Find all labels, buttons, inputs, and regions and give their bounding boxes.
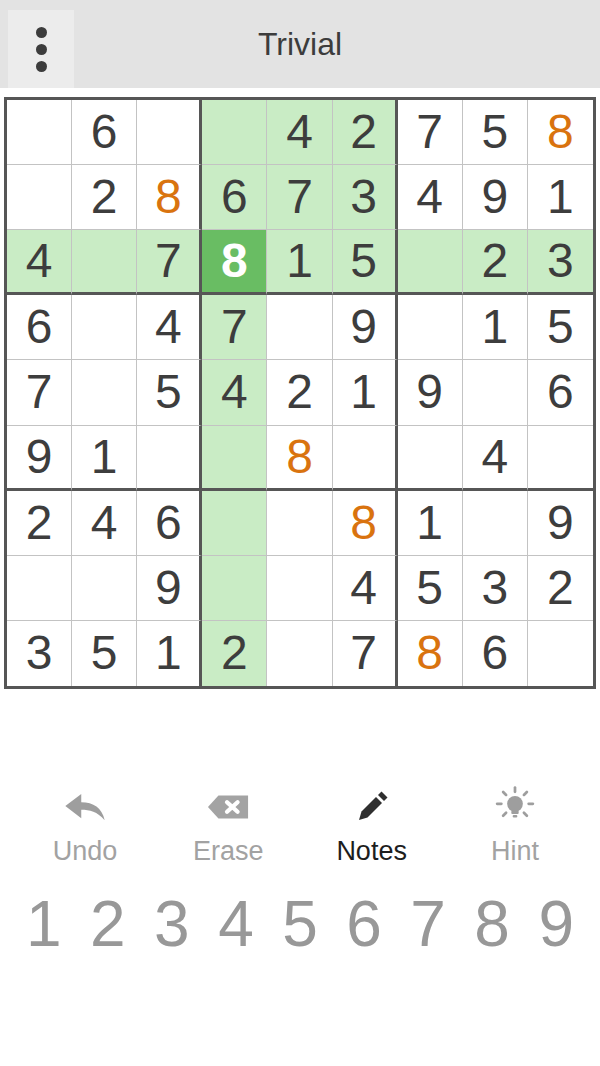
- cell-r4c4[interactable]: 7: [202, 295, 267, 360]
- lightbulb-icon: [455, 781, 575, 833]
- cell-r4c6[interactable]: 9: [333, 295, 398, 360]
- cell-r9c4[interactable]: 2: [202, 621, 267, 686]
- cell-r3c5[interactable]: 1: [267, 230, 332, 295]
- cell-r4c5[interactable]: [267, 295, 332, 360]
- cell-r4c8[interactable]: 1: [463, 295, 528, 360]
- cell-r2c3[interactable]: 8: [137, 165, 202, 230]
- cell-r9c3[interactable]: 1: [137, 621, 202, 686]
- cell-r1c9[interactable]: 8: [528, 100, 593, 165]
- cell-r2c8[interactable]: 9: [463, 165, 528, 230]
- cell-r5c4[interactable]: 4: [202, 360, 267, 425]
- cell-r7c4[interactable]: [202, 491, 267, 556]
- cell-r3c1[interactable]: 4: [7, 230, 72, 295]
- cell-r9c6[interactable]: 7: [333, 621, 398, 686]
- numpad-7[interactable]: 7: [410, 889, 446, 959]
- cell-r2c6[interactable]: 3: [333, 165, 398, 230]
- cell-r1c7[interactable]: 7: [398, 100, 463, 165]
- cell-r8c9[interactable]: 2: [528, 556, 593, 621]
- page-title: Trivial: [0, 0, 600, 88]
- cell-r2c5[interactable]: 7: [267, 165, 332, 230]
- cell-r9c7[interactable]: 8: [398, 621, 463, 686]
- undo-button[interactable]: Undo: [25, 781, 145, 867]
- cell-r6c4[interactable]: [202, 426, 267, 491]
- cell-r2c7[interactable]: 4: [398, 165, 463, 230]
- cell-r3c2[interactable]: [72, 230, 137, 295]
- cell-r6c2[interactable]: 1: [72, 426, 137, 491]
- cell-r3c6[interactable]: 5: [333, 230, 398, 295]
- cell-r9c2[interactable]: 5: [72, 621, 137, 686]
- sudoku-board: 6427582867349147815236479157542196918424…: [4, 97, 596, 689]
- cell-r5c1[interactable]: 7: [7, 360, 72, 425]
- numpad-8[interactable]: 8: [474, 889, 510, 959]
- cell-r4c2[interactable]: [72, 295, 137, 360]
- numpad-3[interactable]: 3: [154, 889, 190, 959]
- cell-r2c9[interactable]: 1: [528, 165, 593, 230]
- cell-r3c7[interactable]: [398, 230, 463, 295]
- cell-r8c6[interactable]: 4: [333, 556, 398, 621]
- cell-r7c9[interactable]: 9: [528, 491, 593, 556]
- cell-r4c9[interactable]: 5: [528, 295, 593, 360]
- header: Trivial: [0, 0, 600, 88]
- cell-r8c3[interactable]: 9: [137, 556, 202, 621]
- cell-r8c7[interactable]: 5: [398, 556, 463, 621]
- cell-r6c6[interactable]: [333, 426, 398, 491]
- cell-r8c2[interactable]: [72, 556, 137, 621]
- number-pad: 123456789: [0, 889, 600, 959]
- toolbar: Undo Erase Notes: [0, 781, 600, 867]
- cell-r5c7[interactable]: 9: [398, 360, 463, 425]
- cell-r3c4[interactable]: 8: [202, 230, 267, 295]
- cell-r8c8[interactable]: 3: [463, 556, 528, 621]
- cell-r5c9[interactable]: 6: [528, 360, 593, 425]
- undo-icon: [25, 781, 145, 833]
- cell-r5c8[interactable]: [463, 360, 528, 425]
- cell-r6c1[interactable]: 9: [7, 426, 72, 491]
- cell-r6c3[interactable]: [137, 426, 202, 491]
- cell-r3c9[interactable]: 3: [528, 230, 593, 295]
- cell-r8c1[interactable]: [7, 556, 72, 621]
- numpad-2[interactable]: 2: [90, 889, 126, 959]
- numpad-6[interactable]: 6: [346, 889, 382, 959]
- numpad-1[interactable]: 1: [26, 889, 62, 959]
- cell-r1c1[interactable]: [7, 100, 72, 165]
- numpad-9[interactable]: 9: [538, 889, 574, 959]
- cell-r9c5[interactable]: [267, 621, 332, 686]
- cell-r5c6[interactable]: 1: [333, 360, 398, 425]
- cell-r7c8[interactable]: [463, 491, 528, 556]
- cell-r8c4[interactable]: [202, 556, 267, 621]
- numpad-5[interactable]: 5: [282, 889, 318, 959]
- cell-r7c5[interactable]: [267, 491, 332, 556]
- pencil-icon: [312, 781, 432, 833]
- cell-r1c2[interactable]: 6: [72, 100, 137, 165]
- cell-r1c4[interactable]: [202, 100, 267, 165]
- notes-button[interactable]: Notes: [312, 781, 432, 867]
- cell-r4c3[interactable]: 4: [137, 295, 202, 360]
- erase-label: Erase: [168, 836, 288, 867]
- cell-r1c3[interactable]: [137, 100, 202, 165]
- cell-r4c7[interactable]: [398, 295, 463, 360]
- cell-r1c6[interactable]: 2: [333, 100, 398, 165]
- cell-r5c5[interactable]: 2: [267, 360, 332, 425]
- cell-r7c7[interactable]: 1: [398, 491, 463, 556]
- cell-r4c1[interactable]: 6: [7, 295, 72, 360]
- notes-label: Notes: [312, 836, 432, 867]
- cell-r3c3[interactable]: 7: [137, 230, 202, 295]
- cell-r5c2[interactable]: [72, 360, 137, 425]
- cell-r9c9[interactable]: [528, 621, 593, 686]
- cell-r3c8[interactable]: 2: [463, 230, 528, 295]
- cell-r1c8[interactable]: 5: [463, 100, 528, 165]
- hint-button[interactable]: Hint: [455, 781, 575, 867]
- cell-r7c3[interactable]: 6: [137, 491, 202, 556]
- cell-r7c1[interactable]: 2: [7, 491, 72, 556]
- cell-r2c4[interactable]: 6: [202, 165, 267, 230]
- hint-label: Hint: [455, 836, 575, 867]
- cell-r6c9[interactable]: [528, 426, 593, 491]
- cell-r9c8[interactable]: 6: [463, 621, 528, 686]
- cell-r5c3[interactable]: 5: [137, 360, 202, 425]
- cell-r2c1[interactable]: [7, 165, 72, 230]
- undo-label: Undo: [25, 836, 145, 867]
- cell-r6c5[interactable]: 8: [267, 426, 332, 491]
- cell-r2c2[interactable]: 2: [72, 165, 137, 230]
- cell-r6c7[interactable]: [398, 426, 463, 491]
- cell-r9c1[interactable]: 3: [7, 621, 72, 686]
- numpad-4[interactable]: 4: [218, 889, 254, 959]
- cell-r6c8[interactable]: 4: [463, 426, 528, 491]
- cell-r7c6[interactable]: 8: [333, 491, 398, 556]
- cell-r8c5[interactable]: [267, 556, 332, 621]
- cell-r7c2[interactable]: 4: [72, 491, 137, 556]
- cell-r1c5[interactable]: 4: [267, 100, 332, 165]
- erase-button[interactable]: Erase: [168, 781, 288, 867]
- backspace-icon: [168, 781, 288, 833]
